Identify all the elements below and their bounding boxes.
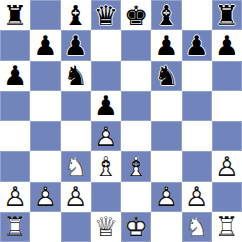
square-b8[interactable] bbox=[30, 0, 60, 30]
square-e3[interactable]: ♝♗ bbox=[121, 151, 151, 181]
piece-outline: ♘ bbox=[61, 151, 91, 181]
square-f1[interactable] bbox=[151, 212, 181, 242]
square-d3[interactable]: ♝♗ bbox=[91, 151, 121, 181]
square-f5[interactable] bbox=[151, 91, 181, 121]
piece-outline: ♖ bbox=[212, 212, 242, 242]
square-a6[interactable]: ♟ bbox=[0, 61, 30, 91]
square-g5[interactable] bbox=[182, 91, 212, 121]
black-bishop[interactable]: ♝ bbox=[151, 0, 181, 30]
square-a5[interactable] bbox=[0, 91, 30, 121]
white-queen[interactable]: ♛♕ bbox=[91, 212, 121, 242]
piece-outline: ♙ bbox=[0, 182, 30, 212]
piece-outline: ♙ bbox=[91, 121, 121, 151]
white-pawn[interactable]: ♟♙ bbox=[151, 182, 181, 212]
black-bishop[interactable]: ♝ bbox=[61, 0, 91, 30]
square-c6[interactable]: ♞ bbox=[61, 61, 91, 91]
black-rook[interactable]: ♜ bbox=[212, 0, 242, 30]
black-king[interactable]: ♚ bbox=[121, 0, 151, 30]
square-h8[interactable]: ♜ bbox=[212, 0, 242, 30]
square-a1[interactable]: ♜♖ bbox=[0, 212, 30, 242]
piece-glyph: ♟ bbox=[91, 91, 121, 121]
square-d2[interactable] bbox=[91, 182, 121, 212]
square-h6[interactable] bbox=[212, 61, 242, 91]
black-pawn[interactable]: ♟ bbox=[151, 30, 181, 60]
square-d1[interactable]: ♛♕ bbox=[91, 212, 121, 242]
square-c4[interactable] bbox=[61, 121, 91, 151]
piece-glyph: ♛ bbox=[91, 0, 121, 30]
white-rook[interactable]: ♜♖ bbox=[212, 212, 242, 242]
square-c2[interactable]: ♟♙ bbox=[61, 182, 91, 212]
white-pawn[interactable]: ♟♙ bbox=[91, 121, 121, 151]
square-e5[interactable] bbox=[121, 91, 151, 121]
white-bishop[interactable]: ♝♗ bbox=[91, 151, 121, 181]
white-pawn[interactable]: ♟♙ bbox=[0, 182, 30, 212]
piece-glyph: ♟ bbox=[182, 30, 212, 60]
black-queen[interactable]: ♛ bbox=[91, 0, 121, 30]
square-c7[interactable]: ♟ bbox=[61, 30, 91, 60]
square-e8[interactable]: ♚ bbox=[121, 0, 151, 30]
piece-outline: ♔ bbox=[121, 212, 151, 242]
white-pawn[interactable]: ♟♙ bbox=[182, 182, 212, 212]
piece-outline: ♕ bbox=[91, 212, 121, 242]
square-g8[interactable] bbox=[182, 0, 212, 30]
square-c1[interactable] bbox=[61, 212, 91, 242]
square-e4[interactable] bbox=[121, 121, 151, 151]
square-a7[interactable] bbox=[0, 30, 30, 60]
piece-glyph: ♟ bbox=[30, 30, 60, 60]
square-g3[interactable] bbox=[182, 151, 212, 181]
square-a8[interactable]: ♜ bbox=[0, 0, 30, 30]
square-g1[interactable]: ♞♘ bbox=[182, 212, 212, 242]
black-rook[interactable]: ♜ bbox=[0, 0, 30, 30]
white-pawn[interactable]: ♟♙ bbox=[212, 151, 242, 181]
white-pawn[interactable]: ♟♙ bbox=[61, 182, 91, 212]
square-h5[interactable] bbox=[212, 91, 242, 121]
piece-glyph: ♝ bbox=[61, 0, 91, 30]
square-d8[interactable]: ♛ bbox=[91, 0, 121, 30]
square-e2[interactable] bbox=[121, 182, 151, 212]
piece-glyph: ♞ bbox=[151, 61, 181, 91]
square-f3[interactable] bbox=[151, 151, 181, 181]
square-g4[interactable] bbox=[182, 121, 212, 151]
piece-outline: ♙ bbox=[182, 182, 212, 212]
black-pawn[interactable]: ♟ bbox=[30, 30, 60, 60]
square-d6[interactable] bbox=[91, 61, 121, 91]
white-knight[interactable]: ♞♘ bbox=[61, 151, 91, 181]
piece-outline: ♙ bbox=[151, 182, 181, 212]
piece-outline: ♗ bbox=[121, 151, 151, 181]
square-f6[interactable]: ♞ bbox=[151, 61, 181, 91]
chess-board: ♜♝♛♚♝♜♟♟♟♟♟♟♞♞♟♟♙♞♘♝♗♝♗♟♙♟♙♟♙♟♙♟♙♟♙♜♖♛♕♚… bbox=[0, 0, 242, 242]
piece-outline: ♗ bbox=[91, 151, 121, 181]
white-bishop[interactable]: ♝♗ bbox=[121, 151, 151, 181]
black-knight[interactable]: ♞ bbox=[151, 61, 181, 91]
square-b3[interactable] bbox=[30, 151, 60, 181]
square-e1[interactable]: ♚♔ bbox=[121, 212, 151, 242]
square-g6[interactable] bbox=[182, 61, 212, 91]
piece-glyph: ♚ bbox=[121, 0, 151, 30]
square-c3[interactable]: ♞♘ bbox=[61, 151, 91, 181]
piece-glyph: ♜ bbox=[212, 0, 242, 30]
piece-glyph: ♟ bbox=[151, 30, 181, 60]
square-d5[interactable]: ♟ bbox=[91, 91, 121, 121]
square-b7[interactable]: ♟ bbox=[30, 30, 60, 60]
white-king[interactable]: ♚♔ bbox=[121, 212, 151, 242]
square-h2[interactable] bbox=[212, 182, 242, 212]
square-d4[interactable]: ♟♙ bbox=[91, 121, 121, 151]
square-e6[interactable] bbox=[121, 61, 151, 91]
piece-outline: ♙ bbox=[212, 151, 242, 181]
white-knight[interactable]: ♞♘ bbox=[182, 212, 212, 242]
black-pawn[interactable]: ♟ bbox=[91, 91, 121, 121]
square-h4[interactable] bbox=[212, 121, 242, 151]
square-a3[interactable] bbox=[0, 151, 30, 181]
black-pawn[interactable]: ♟ bbox=[61, 30, 91, 60]
square-f2[interactable]: ♟♙ bbox=[151, 182, 181, 212]
square-b5[interactable] bbox=[30, 91, 60, 121]
square-a2[interactable]: ♟♙ bbox=[0, 182, 30, 212]
piece-outline: ♘ bbox=[182, 212, 212, 242]
square-d7[interactable] bbox=[91, 30, 121, 60]
black-pawn[interactable]: ♟ bbox=[212, 30, 242, 60]
piece-glyph: ♝ bbox=[151, 0, 181, 30]
black-knight[interactable]: ♞ bbox=[61, 61, 91, 91]
square-g2[interactable]: ♟♙ bbox=[182, 182, 212, 212]
piece-glyph: ♟ bbox=[0, 61, 30, 91]
square-h7[interactable]: ♟ bbox=[212, 30, 242, 60]
square-f8[interactable]: ♝ bbox=[151, 0, 181, 30]
black-pawn[interactable]: ♟ bbox=[0, 61, 30, 91]
square-b4[interactable] bbox=[30, 121, 60, 151]
black-pawn[interactable]: ♟ bbox=[182, 30, 212, 60]
piece-outline: ♙ bbox=[30, 182, 60, 212]
piece-glyph: ♜ bbox=[0, 0, 30, 30]
piece-glyph: ♞ bbox=[61, 61, 91, 91]
square-b1[interactable] bbox=[30, 212, 60, 242]
square-h3[interactable]: ♟♙ bbox=[212, 151, 242, 181]
piece-outline: ♖ bbox=[0, 212, 30, 242]
white-rook[interactable]: ♜♖ bbox=[0, 212, 30, 242]
square-b2[interactable]: ♟♙ bbox=[30, 182, 60, 212]
piece-glyph: ♟ bbox=[61, 30, 91, 60]
square-f7[interactable]: ♟ bbox=[151, 30, 181, 60]
square-a4[interactable] bbox=[0, 121, 30, 151]
square-h1[interactable]: ♜♖ bbox=[212, 212, 242, 242]
square-c5[interactable] bbox=[61, 91, 91, 121]
piece-glyph: ♟ bbox=[212, 30, 242, 60]
square-b6[interactable] bbox=[30, 61, 60, 91]
square-c8[interactable]: ♝ bbox=[61, 0, 91, 30]
white-pawn[interactable]: ♟♙ bbox=[30, 182, 60, 212]
square-f4[interactable] bbox=[151, 121, 181, 151]
square-g7[interactable]: ♟ bbox=[182, 30, 212, 60]
square-e7[interactable] bbox=[121, 30, 151, 60]
piece-outline: ♙ bbox=[61, 182, 91, 212]
